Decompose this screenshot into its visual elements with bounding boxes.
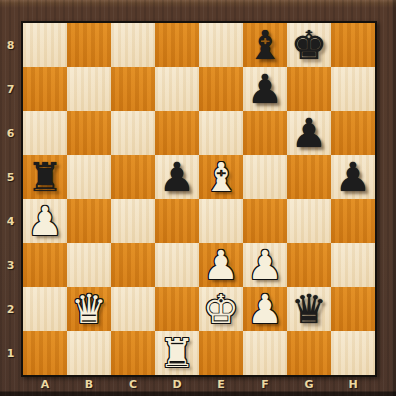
file-labels: ABCDEFGH — [23, 375, 375, 394]
square-a4[interactable]: ♟ — [23, 199, 67, 243]
square-f1[interactable] — [243, 331, 287, 375]
square-c2[interactable] — [111, 287, 155, 331]
black-rook-a5[interactable]: ♜ — [23, 155, 67, 199]
square-d2[interactable] — [155, 287, 199, 331]
black-king-g8[interactable]: ♚ — [287, 23, 331, 67]
rank-label-7: 7 — [0, 67, 21, 111]
white-pawn-f3[interactable]: ♟ — [243, 243, 287, 287]
rank-label-1: 1 — [0, 331, 21, 375]
square-a6[interactable] — [23, 111, 67, 155]
white-pawn-e3[interactable]: ♟ — [199, 243, 243, 287]
chess-app: 87654321 ABCDEFGH ♝♚♟♟♜♟♝♟♟♟♟♛♚♟♛♜ — [0, 0, 396, 396]
square-f4[interactable] — [243, 199, 287, 243]
square-h5[interactable]: ♟ — [331, 155, 375, 199]
square-c8[interactable] — [111, 23, 155, 67]
square-h1[interactable] — [331, 331, 375, 375]
square-b7[interactable] — [67, 67, 111, 111]
square-e8[interactable] — [199, 23, 243, 67]
square-g4[interactable] — [287, 199, 331, 243]
square-c4[interactable] — [111, 199, 155, 243]
square-d8[interactable] — [155, 23, 199, 67]
square-a1[interactable] — [23, 331, 67, 375]
black-pawn-f7[interactable]: ♟ — [243, 67, 287, 111]
square-h3[interactable] — [331, 243, 375, 287]
black-pawn-h5[interactable]: ♟ — [331, 155, 375, 199]
black-queen-g2[interactable]: ♛ — [287, 287, 331, 331]
file-label-h: H — [331, 375, 375, 394]
square-g1[interactable] — [287, 331, 331, 375]
file-label-g: G — [287, 375, 331, 394]
square-e2[interactable]: ♚ — [199, 287, 243, 331]
black-pawn-g6[interactable]: ♟ — [287, 111, 331, 155]
white-rook-d1[interactable]: ♜ — [155, 331, 199, 375]
rank-labels: 87654321 — [0, 23, 21, 375]
square-h2[interactable] — [331, 287, 375, 331]
white-pawn-a4[interactable]: ♟ — [23, 199, 67, 243]
square-b4[interactable] — [67, 199, 111, 243]
rank-label-5: 5 — [0, 155, 21, 199]
square-a2[interactable] — [23, 287, 67, 331]
square-h6[interactable] — [331, 111, 375, 155]
square-d1[interactable]: ♜ — [155, 331, 199, 375]
file-label-e: E — [199, 375, 243, 394]
square-g5[interactable] — [287, 155, 331, 199]
square-h8[interactable] — [331, 23, 375, 67]
square-b6[interactable] — [67, 111, 111, 155]
square-f8[interactable]: ♝ — [243, 23, 287, 67]
file-label-c: C — [111, 375, 155, 394]
square-e1[interactable] — [199, 331, 243, 375]
white-bishop-e5[interactable]: ♝ — [199, 155, 243, 199]
square-f2[interactable]: ♟ — [243, 287, 287, 331]
square-e3[interactable]: ♟ — [199, 243, 243, 287]
white-pawn-f2[interactable]: ♟ — [243, 287, 287, 331]
square-d4[interactable] — [155, 199, 199, 243]
square-a5[interactable]: ♜ — [23, 155, 67, 199]
board: ♝♚♟♟♜♟♝♟♟♟♟♛♚♟♛♜ — [21, 21, 377, 377]
square-c7[interactable] — [111, 67, 155, 111]
white-queen-b2[interactable]: ♛ — [67, 287, 111, 331]
rank-label-3: 3 — [0, 243, 21, 287]
square-f7[interactable]: ♟ — [243, 67, 287, 111]
rank-label-6: 6 — [0, 111, 21, 155]
file-label-b: B — [67, 375, 111, 394]
square-b1[interactable] — [67, 331, 111, 375]
white-king-e2[interactable]: ♚ — [199, 287, 243, 331]
square-d5[interactable]: ♟ — [155, 155, 199, 199]
square-e7[interactable] — [199, 67, 243, 111]
square-f3[interactable]: ♟ — [243, 243, 287, 287]
square-c6[interactable] — [111, 111, 155, 155]
file-label-f: F — [243, 375, 287, 394]
rank-label-4: 4 — [0, 199, 21, 243]
square-b8[interactable] — [67, 23, 111, 67]
square-f6[interactable] — [243, 111, 287, 155]
square-g6[interactable]: ♟ — [287, 111, 331, 155]
square-b2[interactable]: ♛ — [67, 287, 111, 331]
square-d3[interactable] — [155, 243, 199, 287]
square-b3[interactable] — [67, 243, 111, 287]
square-b5[interactable] — [67, 155, 111, 199]
square-f5[interactable] — [243, 155, 287, 199]
square-a3[interactable] — [23, 243, 67, 287]
square-h4[interactable] — [331, 199, 375, 243]
square-a8[interactable] — [23, 23, 67, 67]
square-h7[interactable] — [331, 67, 375, 111]
square-g7[interactable] — [287, 67, 331, 111]
square-d6[interactable] — [155, 111, 199, 155]
square-e4[interactable] — [199, 199, 243, 243]
file-label-a: A — [23, 375, 67, 394]
rank-label-8: 8 — [0, 23, 21, 67]
square-c5[interactable] — [111, 155, 155, 199]
black-bishop-f8[interactable]: ♝ — [243, 23, 287, 67]
rank-label-2: 2 — [0, 287, 21, 331]
square-e5[interactable]: ♝ — [199, 155, 243, 199]
square-c3[interactable] — [111, 243, 155, 287]
square-g3[interactable] — [287, 243, 331, 287]
black-pawn-d5[interactable]: ♟ — [155, 155, 199, 199]
square-e6[interactable] — [199, 111, 243, 155]
square-g2[interactable]: ♛ — [287, 287, 331, 331]
square-a7[interactable] — [23, 67, 67, 111]
square-d7[interactable] — [155, 67, 199, 111]
square-c1[interactable] — [111, 331, 155, 375]
square-g8[interactable]: ♚ — [287, 23, 331, 67]
file-label-d: D — [155, 375, 199, 394]
